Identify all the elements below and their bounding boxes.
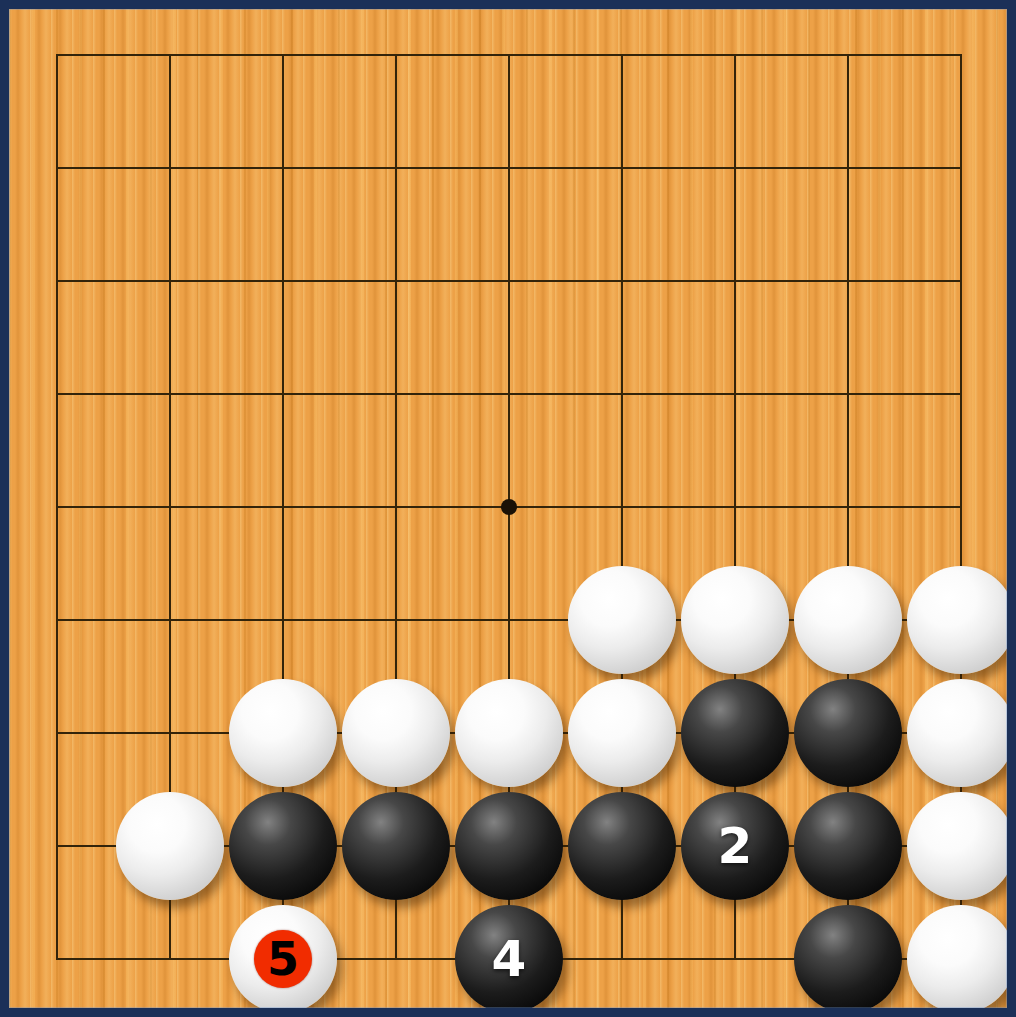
- stone-white: [568, 679, 676, 787]
- stone-white: [342, 679, 450, 787]
- stone-white: [116, 792, 224, 900]
- board-grid[interactable]: 254: [0, 0, 1016, 1017]
- stone-white: [907, 905, 1015, 1013]
- stone-white: [794, 566, 902, 674]
- stone-black: 4: [455, 905, 563, 1013]
- stone-white: [907, 679, 1015, 787]
- stone-black: [568, 792, 676, 900]
- stone-white: [907, 792, 1015, 900]
- stone-white: [907, 566, 1015, 674]
- move-number-label: 5: [267, 936, 299, 982]
- stone-white: 5: [229, 905, 337, 1013]
- stone-black: [794, 679, 902, 787]
- stone-white: [568, 566, 676, 674]
- stone-black: 2: [681, 792, 789, 900]
- stone-black: [681, 679, 789, 787]
- hoshi-point: [501, 499, 517, 515]
- move-number-label: 2: [718, 821, 753, 871]
- stone-black: [455, 792, 563, 900]
- stone-black: [342, 792, 450, 900]
- stone-black: [229, 792, 337, 900]
- stone-black: [794, 905, 902, 1013]
- stone-white: [229, 679, 337, 787]
- go-board: 254: [0, 0, 1016, 1017]
- move-number-label: 4: [492, 934, 527, 984]
- stone-black: [794, 792, 902, 900]
- stone-white: [455, 679, 563, 787]
- stone-white: [681, 566, 789, 674]
- last-move-red-circle-marker: 5: [254, 930, 312, 988]
